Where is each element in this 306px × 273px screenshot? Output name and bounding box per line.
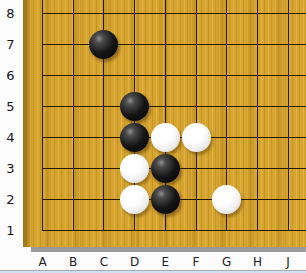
col-label-E: E bbox=[157, 255, 174, 270]
white-stone[interactable]: ○ bbox=[120, 185, 149, 214]
col-label-D: D bbox=[126, 255, 143, 270]
row-label-2: 2 bbox=[0, 192, 21, 208]
black-stone[interactable]: ● bbox=[89, 30, 118, 59]
go-board[interactable]: ●●●○○○●○●○ bbox=[23, 0, 306, 247]
row-label-6: 6 bbox=[0, 68, 21, 84]
col-label-C: C bbox=[95, 255, 112, 270]
white-stone[interactable]: ○ bbox=[182, 123, 211, 152]
row-label-3: 3 bbox=[0, 161, 21, 177]
col-label-J: J bbox=[280, 255, 297, 270]
black-stone[interactable]: ● bbox=[151, 185, 180, 214]
white-stone[interactable]: ○ bbox=[151, 123, 180, 152]
col-label-F: F bbox=[188, 255, 205, 270]
col-label-B: B bbox=[65, 255, 82, 270]
row-label-4: 4 bbox=[0, 130, 21, 146]
white-stone[interactable]: ○ bbox=[212, 185, 241, 214]
row-label-7: 7 bbox=[0, 37, 21, 53]
col-label-A: A bbox=[34, 255, 51, 270]
col-label-H: H bbox=[249, 255, 266, 270]
black-stone[interactable]: ● bbox=[151, 154, 180, 183]
row-label-5: 5 bbox=[0, 99, 21, 115]
white-stone[interactable]: ○ bbox=[120, 154, 149, 183]
row-label-1: 1 bbox=[0, 223, 21, 239]
row-label-8: 8 bbox=[0, 6, 21, 22]
black-stone[interactable]: ● bbox=[120, 123, 149, 152]
col-label-G: G bbox=[218, 255, 235, 270]
go-board-window: ●●●○○○●○●○ 87654321 ABCDEFGHJ bbox=[0, 0, 306, 273]
board-shadow bbox=[31, 247, 306, 252]
black-stone[interactable]: ● bbox=[120, 92, 149, 121]
